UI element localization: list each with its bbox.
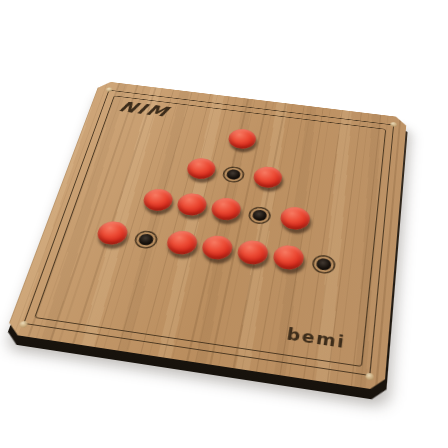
board-row-3 [139,189,311,234]
corner-screw-icon [365,372,374,380]
empty-hole [316,258,332,271]
red-peg[interactable] [235,238,269,265]
red-peg[interactable] [185,156,218,180]
cell-r4-c5 [234,240,269,268]
brand-logo: bemi [285,325,346,352]
cell-r4-c7 [306,250,341,279]
red-peg[interactable] [209,196,242,221]
cell-r2-c2 [217,162,250,187]
cell-r2-c3 [250,166,283,191]
red-peg[interactable] [278,205,311,231]
board-row-2 [183,158,283,191]
corner-screw-icon [105,87,113,92]
cell-r1-c1 [225,129,257,152]
empty-hole [252,209,268,221]
red-peg[interactable] [199,234,234,261]
cell-r3-c2 [173,193,208,219]
photo-background: NIM bemi [0,0,448,448]
red-peg[interactable] [94,219,130,245]
play-area [41,111,404,286]
red-peg[interactable] [271,243,305,271]
red-peg[interactable] [175,191,209,216]
red-peg[interactable] [164,229,199,256]
cell-r4-c6 [270,245,305,274]
cell-r2-c1 [183,158,217,183]
cell-r4-c1 [93,221,130,248]
red-peg[interactable] [226,127,257,149]
empty-hole [226,169,242,181]
red-peg[interactable] [141,187,175,212]
cell-r3-c1 [139,189,174,215]
corner-screw-icon [390,122,397,127]
nim-board-3d-wrapper: NIM bemi [5,81,407,391]
empty-hole [137,233,154,246]
cell-r3-c4 [242,202,276,229]
corner-screw-icon [19,321,29,328]
cell-r3-c5 [277,207,311,234]
cell-r4-c2 [128,226,165,254]
board-row-1 [225,129,257,152]
cell-r3-c3 [208,198,243,224]
cell-r4-c3 [163,231,199,259]
red-peg[interactable] [251,165,283,189]
cell-r4-c4 [198,235,234,263]
